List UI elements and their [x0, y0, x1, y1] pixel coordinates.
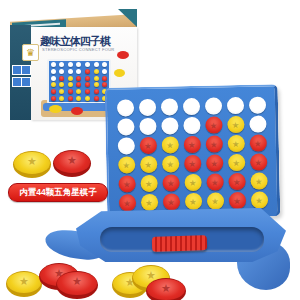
- disc-star-imprint: ★: [162, 194, 179, 210]
- mini-cell-r5c3: [68, 89, 73, 94]
- disc-star-imprint: ★: [140, 195, 157, 211]
- disc-star-imprint: ★: [118, 195, 135, 211]
- mini-cell-r4c5: [85, 82, 90, 87]
- disc-star-imprint: ★: [206, 193, 223, 209]
- disc-star-imprint: ★: [228, 174, 245, 190]
- loose-disc-red: ★: [53, 150, 91, 177]
- disc-star-imprint: ★: [118, 176, 135, 192]
- mini-cell-r3c2: [59, 76, 64, 81]
- board-grid: ★★★★★★★★★★★★★★★★★★★★★★★★★★★★★: [114, 95, 270, 212]
- box-side-thumbnail: [21, 77, 31, 87]
- cell-r3c5: ★: [205, 135, 222, 152]
- cell-r3c3: ★: [161, 136, 178, 153]
- mini-cell-r2c1: [51, 69, 56, 74]
- mini-cell-r1c3: [68, 62, 73, 67]
- box-art-red-disc: [71, 107, 83, 115]
- mini-cell-r6c5: [85, 96, 90, 101]
- mini-cell-r6c6: [94, 96, 99, 101]
- cell-r3c4: ★: [183, 136, 200, 153]
- disc-star-imprint: ★: [205, 117, 222, 133]
- cell-r2c1: [117, 118, 134, 135]
- cell-r2c2: [139, 118, 156, 135]
- game-board: ★★★★★★★★★★★★★★★★★★★★★★★★★★★★★: [105, 84, 281, 220]
- box-art-yellow-disc: [49, 105, 62, 113]
- mini-cell-r1c2: [59, 62, 64, 67]
- box-art-red-disc: [117, 51, 129, 59]
- disc-star-imprint: ★: [184, 156, 201, 172]
- disc-star-imprint: ★: [228, 155, 245, 171]
- mini-cell-r3c4: [76, 76, 81, 81]
- mini-cell-r6c3: [68, 96, 73, 101]
- disc-star-imprint: ★: [6, 271, 42, 291]
- cell-r6c4: ★: [184, 193, 201, 210]
- cell-r1c6: [226, 97, 243, 114]
- mini-cell-r1c5: [85, 62, 90, 67]
- mini-cell-r6c4: [76, 96, 81, 101]
- mini-cell-r1c7: [102, 62, 107, 67]
- mini-cell-r6c1: [51, 96, 56, 101]
- disc-star-imprint: ★: [250, 192, 267, 208]
- cell-r4c4: ★: [184, 155, 201, 172]
- mini-cell-r2c7: [102, 69, 107, 74]
- cell-r2c4: [183, 117, 200, 134]
- cell-r4c1: ★: [118, 156, 135, 173]
- box-art-mini-grid: [49, 61, 109, 102]
- disc-star-imprint: ★: [184, 175, 201, 191]
- cell-r2c7: [249, 115, 266, 132]
- mini-cell-r2c5: [85, 69, 90, 74]
- mini-cell-r3c3: [68, 76, 73, 81]
- disc-star-imprint: ★: [205, 136, 222, 152]
- mini-cell-r4c1: [51, 82, 56, 87]
- disc-star-imprint: ★: [228, 193, 245, 209]
- loose-disc-red: ★: [146, 278, 186, 300]
- cell-r1c1: [116, 99, 133, 116]
- red-slider-handle: [152, 235, 207, 252]
- cell-r2c5: ★: [205, 116, 222, 133]
- mini-cell-r4c6: [94, 82, 99, 87]
- disc-star-imprint: ★: [161, 137, 178, 153]
- mini-cell-r2c3: [68, 69, 73, 74]
- cell-r4c5: ★: [206, 154, 223, 171]
- cell-r1c3: [160, 98, 177, 115]
- cell-r4c2: ★: [140, 156, 157, 173]
- cell-r3c7: ★: [249, 134, 266, 151]
- mini-cell-r2c6: [94, 69, 99, 74]
- disc-star-imprint: ★: [140, 157, 157, 173]
- cell-r3c2: ★: [139, 137, 156, 154]
- disc-star-imprint: ★: [250, 154, 267, 170]
- disc-star-imprint: ★: [56, 271, 98, 292]
- mini-cell-r4c7: [102, 82, 107, 87]
- disc-star-imprint: ★: [206, 155, 223, 171]
- product-photo: ♛ 趣味立体四子棋 STEREOSCOPIC CONNECT FOUR ★★★★…: [0, 0, 300, 300]
- disc-star-imprint: ★: [249, 135, 266, 151]
- cell-r6c3: ★: [162, 193, 179, 210]
- mini-cell-r4c4: [76, 82, 81, 87]
- loose-disc-red: ★: [56, 271, 98, 299]
- box-art-yellow-disc: [114, 69, 125, 77]
- mini-cell-r3c5: [85, 76, 90, 81]
- cell-r5c3: ★: [162, 174, 179, 191]
- mini-cell-r2c2: [59, 69, 64, 74]
- mini-cell-r5c6: [94, 89, 99, 94]
- disc-star-imprint: ★: [140, 176, 157, 192]
- loose-disc-yellow: ★: [13, 151, 51, 178]
- cell-r4c3: ★: [162, 155, 179, 172]
- mini-cell-r3c6: [94, 76, 99, 81]
- disc-star-imprint: ★: [183, 137, 200, 153]
- disc-star-imprint: ★: [162, 156, 179, 172]
- cell-r3c6: ★: [227, 135, 244, 152]
- mini-cell-r5c2: [59, 89, 64, 94]
- disc-star-imprint: ★: [139, 138, 156, 154]
- mini-cell-r5c4: [76, 89, 81, 94]
- cell-r5c5: ★: [206, 173, 223, 190]
- promo-badge: 内置44颗五角星棋子: [8, 183, 108, 202]
- mini-cell-r1c4: [76, 62, 81, 67]
- cell-r1c4: [182, 98, 199, 115]
- cell-r1c2: [138, 99, 155, 116]
- cell-r6c6: ★: [228, 192, 245, 209]
- box-side-panel: [10, 25, 31, 120]
- disc-star-imprint: ★: [146, 278, 186, 298]
- mini-cell-r2c4: [76, 69, 81, 74]
- cell-r6c1: ★: [118, 194, 135, 211]
- disc-star-imprint: ★: [227, 117, 244, 133]
- cell-r2c3: [161, 117, 178, 134]
- disc-star-imprint: ★: [162, 175, 179, 191]
- mini-cell-r6c2: [59, 96, 64, 101]
- mini-cell-r5c5: [85, 89, 90, 94]
- cell-r4c6: ★: [228, 154, 245, 171]
- cell-r5c4: ★: [184, 174, 201, 191]
- loose-disc-yellow: ★: [6, 271, 42, 297]
- disc-star-imprint: ★: [53, 150, 91, 170]
- cell-r5c2: ★: [140, 175, 157, 192]
- cell-r6c7: ★: [250, 191, 267, 208]
- cell-r6c2: ★: [140, 194, 157, 211]
- mini-cell-r1c1: [51, 62, 56, 67]
- cell-r2c6: ★: [227, 116, 244, 133]
- mini-cell-r5c1: [51, 89, 56, 94]
- disc-star-imprint: ★: [206, 174, 223, 190]
- cell-r1c7: [248, 96, 265, 113]
- cell-r1c5: [204, 97, 221, 114]
- box-side-thumbnail: [21, 65, 31, 75]
- brand-crown-logo-icon: ♛: [22, 44, 39, 61]
- cell-r5c1: ★: [118, 175, 135, 192]
- disc-star-imprint: ★: [184, 194, 201, 210]
- mini-cell-r1c6: [94, 62, 99, 67]
- mini-cell-r3c1: [51, 76, 56, 81]
- cell-r4c7: ★: [250, 153, 267, 170]
- box-art-mini-board: [47, 59, 111, 104]
- disc-star-imprint: ★: [250, 173, 267, 189]
- mini-cell-r4c3: [68, 82, 73, 87]
- cell-r3c1: [117, 137, 134, 154]
- disc-star-imprint: ★: [227, 136, 244, 152]
- cell-r6c5: ★: [206, 192, 223, 209]
- disc-star-imprint: ★: [118, 157, 135, 173]
- cell-r5c6: ★: [228, 173, 245, 190]
- cell-r5c7: ★: [250, 172, 267, 189]
- disc-star-imprint: ★: [13, 151, 51, 171]
- mini-cell-r3c7: [102, 76, 107, 81]
- mini-cell-r4c2: [59, 82, 64, 87]
